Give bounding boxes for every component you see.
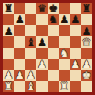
black-rook-a8[interactable]: ♜ [4,3,13,13]
square-e7[interactable]: ♞ [48,14,59,25]
square-a1[interactable]: ♜ [3,81,14,92]
square-g1[interactable] [70,81,81,92]
black-pawn-g7[interactable]: ♟ [71,14,80,24]
white-pawn-d3[interactable]: ♟ [37,59,46,69]
square-f2[interactable] [59,70,70,81]
square-d4[interactable] [36,48,47,59]
square-e2[interactable] [48,70,59,81]
white-pawn-h3[interactable]: ♟ [82,59,91,69]
black-pawn-f7[interactable]: ♟ [59,14,68,24]
square-a5[interactable] [3,36,14,47]
square-h2[interactable]: ♚ [81,70,92,81]
square-e5[interactable] [48,36,59,47]
square-g5[interactable] [70,36,81,47]
black-knight-e7[interactable]: ♞ [48,14,57,24]
square-g7[interactable]: ♟ [70,14,81,25]
white-rook-a1[interactable]: ♜ [4,81,13,91]
square-h8[interactable]: ♜ [81,3,92,14]
square-c6[interactable] [25,25,36,36]
square-h3[interactable]: ♟ [81,59,92,70]
white-bishop-c1[interactable]: ♝ [26,81,35,91]
square-h7[interactable] [81,14,92,25]
square-d8[interactable]: ♛ [36,3,47,14]
chess-board-frame: ♜♛♚♜♟♞♟♟♟♟♝♟♛♞♟♟♟♟♟♟♚♜♝♜ [0,0,95,95]
square-e1[interactable] [48,81,59,92]
square-h5[interactable]: ♛ [81,36,92,47]
square-a7[interactable] [3,14,14,25]
black-rook-h8[interactable]: ♜ [82,3,91,13]
square-f7[interactable]: ♟ [59,14,70,25]
square-c4[interactable] [25,48,36,59]
square-d5[interactable]: ♟ [36,36,47,47]
black-queen-d8[interactable]: ♛ [37,3,46,13]
square-c2[interactable]: ♟ [25,70,36,81]
square-h6[interactable]: ♟ [81,25,92,36]
square-b7[interactable]: ♟ [14,14,25,25]
square-a6[interactable]: ♟ [3,25,14,36]
square-a3[interactable] [3,59,14,70]
white-pawn-c2[interactable]: ♟ [26,70,35,80]
square-f3[interactable] [59,59,70,70]
square-b8[interactable] [14,3,25,14]
square-f5[interactable] [59,36,70,47]
square-d7[interactable] [36,14,47,25]
square-b4[interactable] [14,48,25,59]
square-f4[interactable]: ♞ [59,48,70,59]
black-pawn-b7[interactable]: ♟ [15,14,24,24]
square-g8[interactable] [70,3,81,14]
square-e3[interactable] [48,59,59,70]
square-a2[interactable]: ♟ [3,70,14,81]
square-g6[interactable] [70,25,81,36]
square-f6[interactable] [59,25,70,36]
square-d2[interactable] [36,70,47,81]
square-g4[interactable] [70,48,81,59]
square-e6[interactable] [48,25,59,36]
square-f1[interactable]: ♜ [59,81,70,92]
square-c3[interactable] [25,59,36,70]
square-h1[interactable] [81,81,92,92]
square-d3[interactable]: ♟ [36,59,47,70]
square-c8[interactable] [25,3,36,14]
square-b6[interactable] [14,25,25,36]
square-c1[interactable]: ♝ [25,81,36,92]
square-e8[interactable]: ♚ [48,3,59,14]
square-d6[interactable] [36,25,47,36]
black-bishop-c5[interactable]: ♝ [26,36,35,46]
square-g3[interactable]: ♟ [70,59,81,70]
black-king-e8[interactable]: ♚ [48,3,57,13]
square-g2[interactable] [70,70,81,81]
square-c7[interactable] [25,14,36,25]
black-pawn-h6[interactable]: ♟ [82,25,91,35]
chess-board: ♜♛♚♜♟♞♟♟♟♟♝♟♛♞♟♟♟♟♟♟♚♜♝♜ [3,3,92,92]
square-f8[interactable] [59,3,70,14]
white-knight-f4[interactable]: ♞ [59,48,68,58]
black-pawn-d5[interactable]: ♟ [37,36,46,46]
square-e4[interactable] [48,48,59,59]
white-pawn-b2[interactable]: ♟ [15,70,24,80]
square-a4[interactable] [3,48,14,59]
square-b2[interactable]: ♟ [14,70,25,81]
square-d1[interactable] [36,81,47,92]
white-pawn-a2[interactable]: ♟ [4,70,13,80]
square-h4[interactable] [81,48,92,59]
square-b3[interactable] [14,59,25,70]
white-queen-h5[interactable]: ♛ [82,36,91,46]
square-c5[interactable]: ♝ [25,36,36,47]
square-b5[interactable] [14,36,25,47]
square-b1[interactable] [14,81,25,92]
square-a8[interactable]: ♜ [3,3,14,14]
white-pawn-g3[interactable]: ♟ [71,59,80,69]
white-king-h2[interactable]: ♚ [82,70,91,80]
white-rook-f1[interactable]: ♜ [59,81,68,91]
black-pawn-a6[interactable]: ♟ [4,25,13,35]
